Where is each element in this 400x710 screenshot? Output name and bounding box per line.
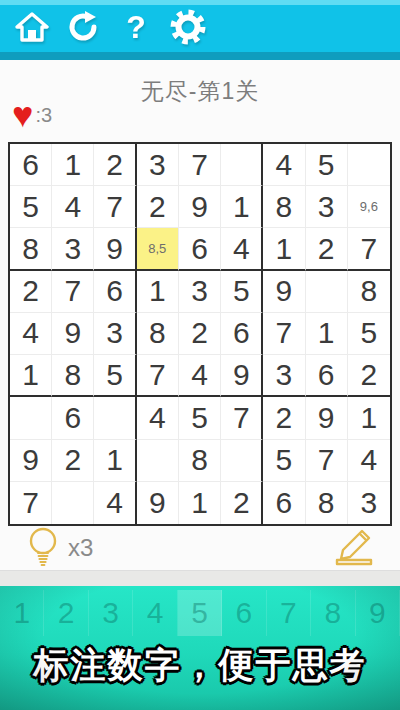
- sudoku-cell-r3c9[interactable]: 7: [348, 228, 390, 270]
- sudoku-cell-r8c5[interactable]: 8: [179, 440, 221, 482]
- sudoku-cell-r6c6[interactable]: 9: [221, 355, 263, 397]
- sudoku-cell-r9c9[interactable]: 3: [348, 482, 390, 524]
- sudoku-cell-r7c5[interactable]: 5: [179, 397, 221, 439]
- sudoku-cell-r7c3[interactable]: [94, 397, 136, 439]
- sudoku-cell-r4c5[interactable]: 3: [179, 271, 221, 313]
- sudoku-cell-r7c1[interactable]: [10, 397, 52, 439]
- bottom-toolbar: x3: [0, 526, 400, 570]
- sudoku-cell-r2c6[interactable]: 1: [221, 186, 263, 228]
- sudoku-cell-r2c7[interactable]: 8: [263, 186, 305, 228]
- sudoku-cell-r1c9[interactable]: [348, 144, 390, 186]
- sudoku-cell-r9c2[interactable]: [52, 482, 94, 524]
- sudoku-cell-r3c8[interactable]: 2: [306, 228, 348, 270]
- lives-indicator: ♥ :3: [12, 100, 52, 130]
- sudoku-cell-r3c3[interactable]: 9: [94, 228, 136, 270]
- sudoku-board: 6123745547291839,68398,56412727613598493…: [8, 142, 392, 526]
- banner-tip-text: 标注数字，便于思考: [0, 642, 400, 689]
- sudoku-cell-r4c2[interactable]: 7: [52, 271, 94, 313]
- sudoku-cell-r3c5[interactable]: 6: [179, 228, 221, 270]
- sudoku-cell-r6c2[interactable]: 8: [52, 355, 94, 397]
- sudoku-cell-r7c4[interactable]: 4: [137, 397, 179, 439]
- numpad-number-5: 5: [178, 590, 222, 636]
- sudoku-cell-r7c6[interactable]: 7: [221, 397, 263, 439]
- sudoku-cell-r9c4[interactable]: 9: [137, 482, 179, 524]
- sudoku-cell-r5c9[interactable]: 5: [348, 313, 390, 355]
- lightbulb-icon: [26, 527, 60, 569]
- numpad-preview: 123456789: [0, 590, 400, 636]
- sudoku-cell-r1c5[interactable]: 7: [179, 144, 221, 186]
- sudoku-cell-r8c2[interactable]: 2: [52, 440, 94, 482]
- settings-icon: [170, 9, 206, 45]
- sudoku-cell-r7c2[interactable]: 6: [52, 397, 94, 439]
- sudoku-cell-r1c4[interactable]: 3: [137, 144, 179, 186]
- sudoku-cell-r1c7[interactable]: 4: [263, 144, 305, 186]
- sudoku-cell-r4c6[interactable]: 5: [221, 271, 263, 313]
- tutorial-banner: 123456789 标注数字，便于思考: [0, 586, 400, 710]
- level-title: 无尽-第1关: [0, 60, 400, 107]
- sudoku-cell-r6c1[interactable]: 1: [10, 355, 52, 397]
- restart-button[interactable]: [66, 9, 102, 45]
- sudoku-cell-r5c5[interactable]: 2: [179, 313, 221, 355]
- sudoku-cell-r6c5[interactable]: 4: [179, 355, 221, 397]
- sudoku-cell-r1c3[interactable]: 2: [94, 144, 136, 186]
- help-icon: ?: [126, 11, 146, 43]
- sudoku-cell-r8c9[interactable]: 4: [348, 440, 390, 482]
- sudoku-cell-r3c4[interactable]: 8,5: [137, 228, 179, 270]
- numpad-number-1: 1: [0, 590, 44, 636]
- sudoku-cell-r4c7[interactable]: 9: [263, 271, 305, 313]
- numpad-number-7: 7: [267, 590, 311, 636]
- sudoku-cell-r4c4[interactable]: 1: [137, 271, 179, 313]
- sudoku-cell-r5c7[interactable]: 7: [263, 313, 305, 355]
- divider-strip: [0, 570, 400, 586]
- sudoku-cell-r9c7[interactable]: 6: [263, 482, 305, 524]
- sudoku-cell-r5c8[interactable]: 1: [306, 313, 348, 355]
- sudoku-cell-r6c4[interactable]: 7: [137, 355, 179, 397]
- sudoku-cell-r4c3[interactable]: 6: [94, 271, 136, 313]
- help-button[interactable]: ?: [118, 9, 154, 45]
- header: 无尽-第1关 ♥ :3: [0, 60, 400, 142]
- sudoku-cell-r6c9[interactable]: 2: [348, 355, 390, 397]
- sudoku-cell-r8c1[interactable]: 9: [10, 440, 52, 482]
- sudoku-cell-r3c2[interactable]: 3: [52, 228, 94, 270]
- sudoku-cell-r1c2[interactable]: 1: [52, 144, 94, 186]
- numpad-number-2: 2: [44, 590, 88, 636]
- restart-icon: [67, 10, 101, 44]
- sudoku-cell-r8c4[interactable]: [137, 440, 179, 482]
- sudoku-cell-r3c7[interactable]: 1: [263, 228, 305, 270]
- pencil-mark: 9,6: [360, 199, 378, 214]
- sudoku-cell-r4c1[interactable]: 2: [10, 271, 52, 313]
- sudoku-cell-r2c8[interactable]: 3: [306, 186, 348, 228]
- home-icon: [15, 10, 49, 44]
- sudoku-cell-r1c6[interactable]: [221, 144, 263, 186]
- numpad-number-9: 9: [356, 590, 400, 636]
- sudoku-cell-r6c3[interactable]: 5: [94, 355, 136, 397]
- sudoku-cell-r7c7[interactable]: 2: [263, 397, 305, 439]
- sudoku-cell-r1c8[interactable]: 5: [306, 144, 348, 186]
- sudoku-cell-r8c6[interactable]: [221, 440, 263, 482]
- sudoku-cell-r7c9[interactable]: 1: [348, 397, 390, 439]
- sudoku-cell-r9c5[interactable]: 1: [179, 482, 221, 524]
- sudoku-cell-r8c3[interactable]: 1: [94, 440, 136, 482]
- sudoku-cell-r4c9[interactable]: 8: [348, 271, 390, 313]
- pencil-mark: 8,5: [148, 241, 166, 256]
- sudoku-cell-r9c3[interactable]: 4: [94, 482, 136, 524]
- sudoku-cell-r3c1[interactable]: 8: [10, 228, 52, 270]
- sudoku-cell-r3c6[interactable]: 4: [221, 228, 263, 270]
- sudoku-cell-r5c2[interactable]: 9: [52, 313, 94, 355]
- home-button[interactable]: [14, 9, 50, 45]
- sudoku-cell-r5c1[interactable]: 4: [10, 313, 52, 355]
- sudoku-cell-r9c1[interactable]: 7: [10, 482, 52, 524]
- sudoku-cell-r9c6[interactable]: 2: [221, 482, 263, 524]
- sudoku-cell-r5c4[interactable]: 8: [137, 313, 179, 355]
- numpad-number-3: 3: [89, 590, 133, 636]
- sudoku-cell-r2c5[interactable]: 9: [179, 186, 221, 228]
- sudoku-cell-r7c8[interactable]: 9: [306, 397, 348, 439]
- sudoku-cell-r1c1[interactable]: 6: [10, 144, 52, 186]
- sudoku-cell-r2c2[interactable]: 4: [52, 186, 94, 228]
- sudoku-cell-r2c9[interactable]: 9,6: [348, 186, 390, 228]
- pencil-icon: [332, 526, 374, 566]
- numpad-number-4: 4: [133, 590, 177, 636]
- sudoku-cell-r5c6[interactable]: 6: [221, 313, 263, 355]
- hint-count: x3: [68, 534, 93, 562]
- sudoku-cell-r4c8[interactable]: [306, 271, 348, 313]
- hint-button[interactable]: x3: [26, 527, 93, 569]
- sudoku-cell-r6c8[interactable]: 6: [306, 355, 348, 397]
- pencil-mode-button[interactable]: [332, 526, 374, 570]
- sudoku-cell-r8c7[interactable]: 5: [263, 440, 305, 482]
- lives-count: :3: [35, 104, 52, 127]
- sudoku-cell-r2c4[interactable]: 2: [137, 186, 179, 228]
- sudoku-cell-r6c7[interactable]: 3: [263, 355, 305, 397]
- heart-icon: ♥: [12, 100, 33, 130]
- top-bar: ?: [0, 0, 400, 60]
- numpad-number-8: 8: [311, 590, 355, 636]
- sudoku-cell-r5c3[interactable]: 3: [94, 313, 136, 355]
- sudoku-cell-r2c1[interactable]: 5: [10, 186, 52, 228]
- settings-button[interactable]: [170, 9, 206, 45]
- numpad-number-6: 6: [222, 590, 266, 636]
- sudoku-cell-r9c8[interactable]: 8: [306, 482, 348, 524]
- sudoku-cell-r8c8[interactable]: 7: [306, 440, 348, 482]
- sudoku-cell-r2c3[interactable]: 7: [94, 186, 136, 228]
